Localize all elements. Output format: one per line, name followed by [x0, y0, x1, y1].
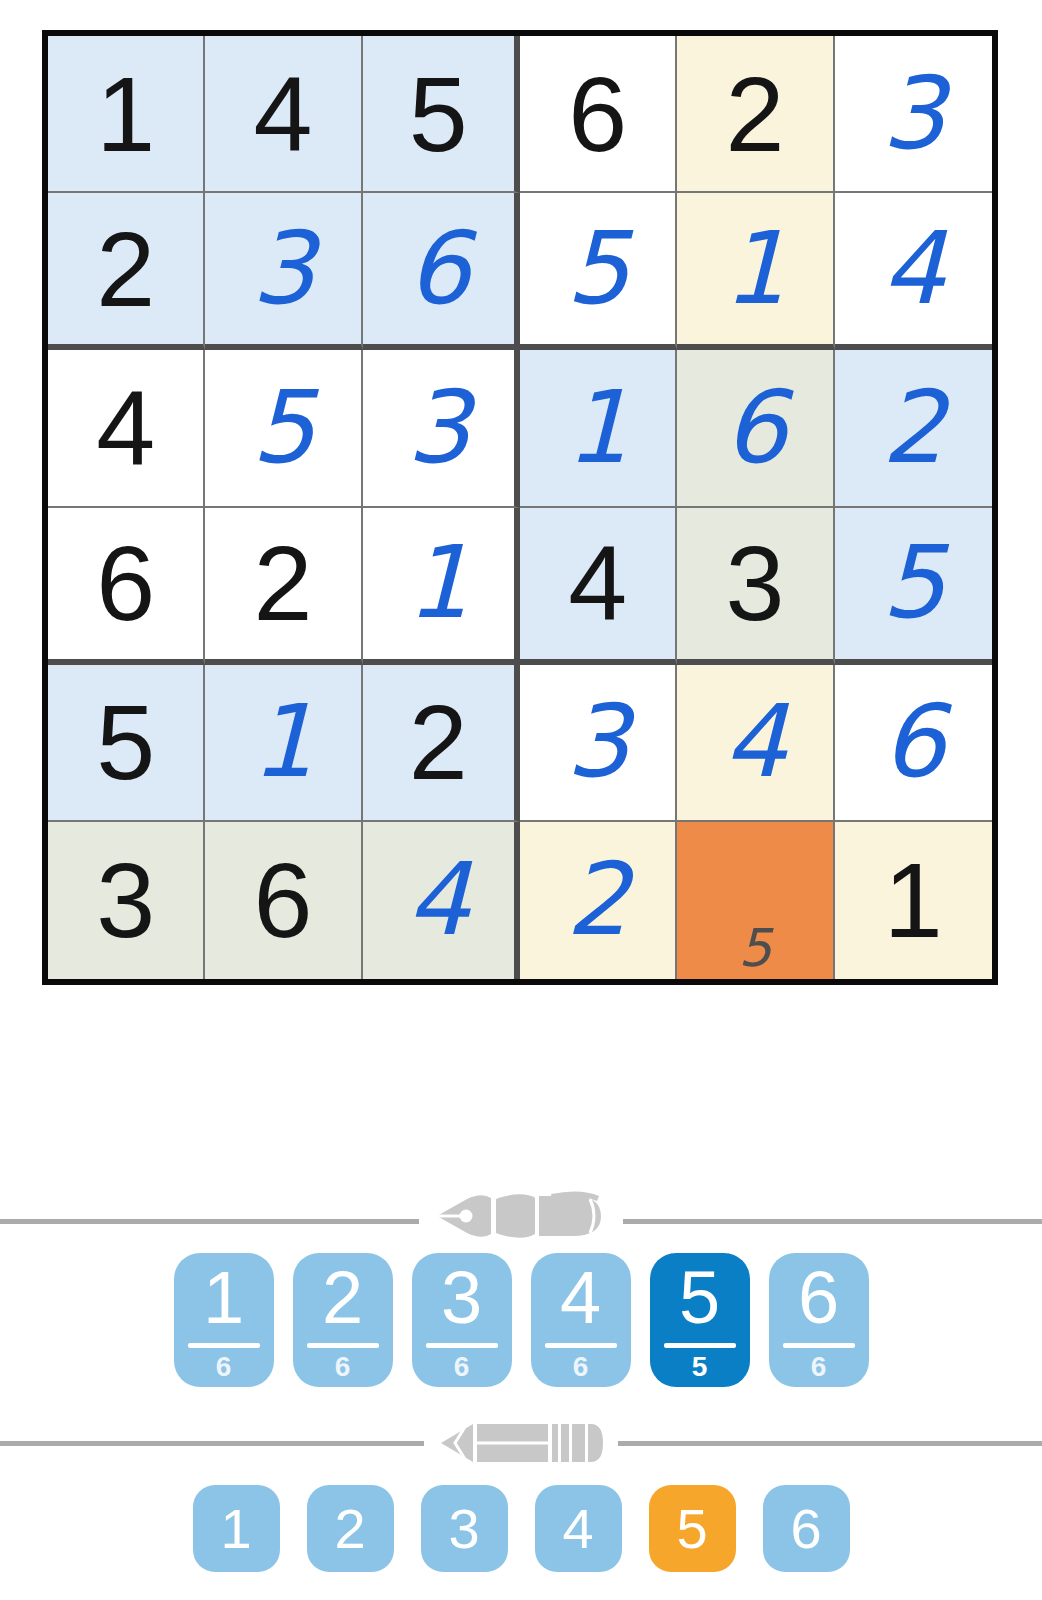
- pen-entry-digit: 1: [251, 692, 315, 792]
- pencil-digit-2-button[interactable]: 2: [307, 1485, 394, 1572]
- pencil-keypad: 123456: [0, 1485, 1042, 1572]
- cell-r3c6[interactable]: 2: [835, 350, 992, 507]
- pen-digit-label: 3: [441, 1261, 482, 1335]
- pen-entry-digit: 1: [723, 219, 787, 319]
- pen-entry-digit: 6: [882, 692, 946, 792]
- given-digit: 1: [96, 61, 155, 167]
- pencil-digit-label: 5: [676, 1501, 707, 1557]
- pen-digit-label: 6: [798, 1261, 839, 1335]
- cell-r1c4[interactable]: 6: [520, 36, 677, 193]
- cell-r1c6[interactable]: 3: [835, 36, 992, 193]
- given-digit: 6: [568, 61, 627, 167]
- pen-keypad: 162636465566: [0, 1253, 1042, 1387]
- placed-count: 6: [216, 1353, 232, 1381]
- pen-entry-digit: 4: [723, 692, 787, 792]
- cell-r6c3[interactable]: 4: [363, 822, 520, 979]
- pen-entry-digit: 5: [566, 219, 630, 319]
- pen-digit-label: 5: [679, 1261, 720, 1335]
- placed-count: 6: [335, 1353, 351, 1381]
- cell-r2c6[interactable]: 4: [835, 193, 992, 350]
- cell-r5c4[interactable]: 3: [520, 665, 677, 822]
- cell-r2c5[interactable]: 1: [677, 193, 834, 350]
- cell-r4c3[interactable]: 1: [363, 508, 520, 665]
- pen-entry-digit: 1: [566, 378, 630, 478]
- pen-digit-label: 1: [203, 1261, 244, 1335]
- fraction-bar: [545, 1343, 617, 1348]
- cell-r6c2[interactable]: 6: [205, 822, 362, 979]
- given-digit: 4: [96, 375, 155, 481]
- pencil-digit-5-button[interactable]: 5: [649, 1485, 736, 1572]
- cell-r1c5[interactable]: 2: [677, 36, 834, 193]
- pencil-icon: [438, 1419, 604, 1467]
- given-digit: 5: [96, 689, 155, 795]
- cell-r2c1[interactable]: 2: [48, 193, 205, 350]
- given-digit: 3: [726, 530, 785, 636]
- cell-r1c3[interactable]: 5: [363, 36, 520, 193]
- given-digit: 6: [96, 530, 155, 636]
- given-digit: 5: [409, 61, 468, 167]
- cell-r3c2[interactable]: 5: [205, 350, 362, 507]
- placed-count: 6: [573, 1353, 589, 1381]
- pen-entry-digit: 6: [407, 219, 471, 319]
- fraction-bar: [307, 1343, 379, 1348]
- fraction-bar: [188, 1343, 260, 1348]
- cell-r2c4[interactable]: 5: [520, 193, 677, 350]
- pen-entry-digit: 6: [723, 378, 787, 478]
- given-digit: 1: [884, 847, 943, 953]
- fraction-bar: [783, 1343, 855, 1348]
- cell-r5c3[interactable]: 2: [363, 665, 520, 822]
- pen-entry-digit: 2: [566, 850, 630, 950]
- cell-r3c5[interactable]: 6: [677, 350, 834, 507]
- pen-digit-6-button[interactable]: 66: [769, 1253, 869, 1387]
- pen-digit-label: 2: [322, 1261, 363, 1335]
- pen-digit-3-button[interactable]: 36: [412, 1253, 512, 1387]
- pen-entry-digit: 3: [882, 64, 946, 164]
- cell-r4c4[interactable]: 4: [520, 508, 677, 665]
- cell-r1c2[interactable]: 4: [205, 36, 362, 193]
- sudoku-board: 145623236514453162621435512346364251: [42, 30, 998, 985]
- pen-digit-2-button[interactable]: 26: [293, 1253, 393, 1387]
- pen-entry-digit: 4: [407, 850, 471, 950]
- pen-digit-4-button[interactable]: 46: [531, 1253, 631, 1387]
- pen-entry-digit: 5: [251, 378, 315, 478]
- pen-entry-digit: 2: [882, 378, 946, 478]
- pen-entry-digit: 3: [407, 378, 471, 478]
- pen-entry-digit: 5: [882, 533, 946, 633]
- given-digit: 3: [96, 847, 155, 953]
- pencil-digit-1-button[interactable]: 1: [193, 1485, 280, 1572]
- cell-r6c4[interactable]: 2: [520, 822, 677, 979]
- pen-tool-indicator: [419, 1184, 623, 1244]
- cell-r3c1[interactable]: 4: [48, 350, 205, 507]
- fraction-bar: [426, 1343, 498, 1348]
- cell-r5c5[interactable]: 4: [677, 665, 834, 822]
- pen-digit-label: 4: [560, 1261, 601, 1335]
- pencil-digit-label: 3: [448, 1501, 479, 1557]
- pen-entry-digit: 3: [566, 692, 630, 792]
- pen-entry-digit: 4: [882, 219, 946, 319]
- cell-r6c6[interactable]: 1: [835, 822, 992, 979]
- pen-digit-1-button[interactable]: 16: [174, 1253, 274, 1387]
- pen-entry-digit: 1: [407, 533, 471, 633]
- cell-r2c2[interactable]: 3: [205, 193, 362, 350]
- placed-count: 6: [811, 1353, 827, 1381]
- pen-digit-5-button[interactable]: 55: [650, 1253, 750, 1387]
- given-digit: 6: [254, 847, 313, 953]
- cell-r4c1[interactable]: 6: [48, 508, 205, 665]
- cell-r1c1[interactable]: 1: [48, 36, 205, 193]
- cell-r5c1[interactable]: 5: [48, 665, 205, 822]
- cell-r2c3[interactable]: 6: [363, 193, 520, 350]
- placed-count: 6: [454, 1353, 470, 1381]
- given-digit: 2: [254, 530, 313, 636]
- cell-r4c5[interactable]: 3: [677, 508, 834, 665]
- given-digit: 4: [254, 61, 313, 167]
- given-digit: 2: [409, 689, 468, 795]
- placed-count: 5: [692, 1353, 708, 1381]
- pencil-digit-4-button[interactable]: 4: [535, 1485, 622, 1572]
- cell-r6c1[interactable]: 3: [48, 822, 205, 979]
- cell-r5c6[interactable]: 6: [835, 665, 992, 822]
- pencil-digit-label: 4: [562, 1501, 593, 1557]
- pencil-digit-label: 2: [334, 1501, 365, 1557]
- fraction-bar: [664, 1343, 736, 1348]
- pencil-digit-label: 6: [790, 1501, 821, 1557]
- pencil-digit-6-button[interactable]: 6: [763, 1485, 850, 1572]
- cell-r4c2[interactable]: 2: [205, 508, 362, 665]
- cell-r3c3[interactable]: 3: [363, 350, 520, 507]
- given-digit: 2: [726, 61, 785, 167]
- cell-r5c2[interactable]: 1: [205, 665, 362, 822]
- fountain-pen-icon: [433, 1184, 609, 1244]
- cell-r4c6[interactable]: 5: [835, 508, 992, 665]
- cell-r6c5[interactable]: 5: [677, 822, 834, 979]
- given-digit: 4: [568, 530, 627, 636]
- pencil-digit-3-button[interactable]: 3: [421, 1485, 508, 1572]
- pencil-tool-indicator: [424, 1419, 618, 1467]
- cell-r3c4[interactable]: 1: [520, 350, 677, 507]
- given-digit: 2: [96, 216, 155, 322]
- pen-entry-digit: 3: [251, 219, 315, 319]
- pencil-digit-label: 1: [220, 1501, 251, 1557]
- pencil-mark-5: 5: [738, 922, 771, 974]
